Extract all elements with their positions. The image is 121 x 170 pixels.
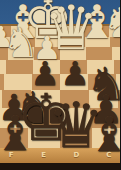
piece-black-bishop-f8[interactable]: ♝ <box>0 109 39 157</box>
file-label-f: F <box>3 151 19 160</box>
chess-app-3d-view: ♝♚♝♞♛♟♞♟♟♟♞♟♞♟♚♝♛♝ FEDC <box>0 0 120 170</box>
file-label-c: C <box>101 151 117 160</box>
board-base-strip <box>0 163 120 170</box>
piece-white-knight-b1[interactable]: ♞ <box>101 3 121 44</box>
file-label-e: E <box>36 151 52 160</box>
file-label-d: D <box>68 151 84 160</box>
